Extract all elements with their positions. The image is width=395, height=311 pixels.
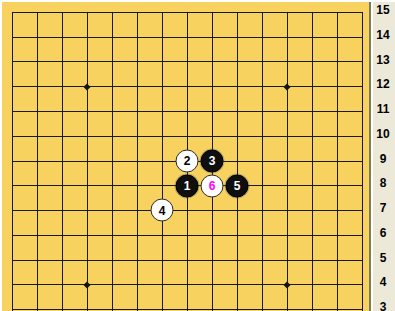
board-intersection[interactable]: [350, 223, 371, 248]
board-intersection[interactable]: [25, 223, 50, 248]
board-intersection[interactable]: [225, 149, 250, 174]
board-intersection[interactable]: [100, 223, 125, 248]
board-intersection[interactable]: [275, 25, 300, 50]
board-intersection[interactable]: [75, 124, 100, 149]
board-intersection[interactable]: [150, 248, 175, 273]
board-intersection[interactable]: [50, 173, 75, 198]
stone-black-move-5: 5: [226, 174, 249, 197]
board-intersection[interactable]: [125, 272, 150, 297]
board-intersection[interactable]: [25, 272, 50, 297]
stone-black-move-3: 3: [201, 149, 224, 172]
board-intersection[interactable]: [100, 2, 125, 25]
board-intersection[interactable]: [100, 248, 125, 273]
board-intersection[interactable]: [350, 248, 371, 273]
board-intersection[interactable]: [200, 99, 225, 124]
board-intersection[interactable]: [350, 99, 371, 124]
board-intersection[interactable]: [275, 198, 300, 223]
board-intersection[interactable]: [100, 49, 125, 74]
board-intersection[interactable]: [300, 99, 325, 124]
board-intersection[interactable]: [25, 49, 50, 74]
board-intersection[interactable]: [250, 124, 275, 149]
board-intersection[interactable]: [100, 297, 125, 311]
board-intersection[interactable]: [225, 25, 250, 50]
board-intersection[interactable]: [350, 2, 371, 25]
board-intersection[interactable]: [250, 25, 275, 50]
board-intersection[interactable]: [325, 124, 350, 149]
row-coordinate-label-6: 6: [371, 225, 395, 241]
board-intersection[interactable]: [2, 248, 25, 273]
board-intersection[interactable]: [150, 124, 175, 149]
board-intersection[interactable]: [325, 297, 350, 311]
board-intersection[interactable]: [275, 223, 300, 248]
board-intersection[interactable]: [25, 248, 50, 273]
row-coordinate-label-9: 9: [371, 151, 395, 167]
board-intersection[interactable]: [250, 248, 275, 273]
board-intersection[interactable]: [125, 99, 150, 124]
board-intersection[interactable]: [350, 173, 371, 198]
row-coordinate-label-8: 8: [371, 175, 395, 191]
board-intersection[interactable]: [200, 198, 225, 223]
row-coordinate-label-10: 10: [371, 126, 395, 142]
board-intersection[interactable]: [300, 223, 325, 248]
board-intersection[interactable]: [275, 124, 300, 149]
board-intersection[interactable]: [125, 25, 150, 50]
board-intersection[interactable]: [275, 99, 300, 124]
board-intersection[interactable]: [100, 272, 125, 297]
board-intersection[interactable]: [300, 49, 325, 74]
board-intersection[interactable]: [325, 248, 350, 273]
board-intersection[interactable]: [250, 149, 275, 174]
board-intersection[interactable]: [250, 49, 275, 74]
board-intersection[interactable]: [175, 49, 200, 74]
board-intersection[interactable]: [50, 49, 75, 74]
board-intersection[interactable]: [250, 99, 275, 124]
board-intersection[interactable]: [350, 272, 371, 297]
board-intersection[interactable]: [250, 198, 275, 223]
board-intersection[interactable]: [300, 74, 325, 99]
board-intersection[interactable]: [325, 74, 350, 99]
board-intersection[interactable]: [300, 173, 325, 198]
board-intersection[interactable]: [325, 2, 350, 25]
go-diagram-window: 123456 1514131211109876543: [0, 0, 395, 311]
board-intersection[interactable]: [100, 198, 125, 223]
board-intersection[interactable]: [325, 198, 350, 223]
board-intersection[interactable]: [125, 297, 150, 311]
board-intersection[interactable]: [200, 49, 225, 74]
board-intersection[interactable]: [2, 297, 25, 311]
stone-white-move-4: 4: [151, 199, 174, 222]
row-coordinate-label-5: 5: [371, 250, 395, 266]
board-intersection[interactable]: [75, 173, 100, 198]
board-intersection[interactable]: [300, 2, 325, 25]
row-coordinate-panel: 1514131211109876543: [369, 2, 395, 311]
board-intersection[interactable]: [225, 223, 250, 248]
board-intersection[interactable]: [350, 25, 371, 50]
board-intersection[interactable]: [325, 149, 350, 174]
board-intersection[interactable]: [275, 2, 300, 25]
board-intersection[interactable]: [275, 297, 300, 311]
board-intersection[interactable]: [100, 99, 125, 124]
board-intersection[interactable]: [2, 173, 25, 198]
board-intersection[interactable]: [50, 297, 75, 311]
board-intersection[interactable]: [50, 198, 75, 223]
board-intersection[interactable]: [175, 272, 200, 297]
board-intersection[interactable]: [25, 124, 50, 149]
board-intersection[interactable]: [25, 149, 50, 174]
board-intersection[interactable]: [125, 2, 150, 25]
board-intersection[interactable]: [150, 297, 175, 311]
board-intersection[interactable]: [350, 124, 371, 149]
board-intersection[interactable]: [225, 248, 250, 273]
stone-white-move-2: 2: [176, 149, 199, 172]
board-intersection[interactable]: [50, 223, 75, 248]
board-intersection[interactable]: [225, 49, 250, 74]
board-intersection[interactable]: [125, 49, 150, 74]
board-intersection[interactable]: [300, 248, 325, 273]
row-coordinate-label-7: 7: [371, 200, 395, 216]
board-intersection[interactable]: [225, 297, 250, 311]
board-intersection[interactable]: [300, 272, 325, 297]
board-intersection[interactable]: [175, 223, 200, 248]
board-intersection[interactable]: [2, 99, 25, 124]
board-intersection[interactable]: [125, 74, 150, 99]
board-intersection[interactable]: [325, 223, 350, 248]
board-intersection[interactable]: [75, 248, 100, 273]
board-intersection[interactable]: [100, 74, 125, 99]
board-intersection[interactable]: [200, 223, 225, 248]
board-intersection[interactable]: [225, 99, 250, 124]
board-intersection[interactable]: [2, 272, 25, 297]
board-intersection[interactable]: [250, 297, 275, 311]
board-intersection[interactable]: [250, 2, 275, 25]
board-intersection[interactable]: [200, 297, 225, 311]
board-intersection[interactable]: [75, 2, 100, 25]
board-intersection[interactable]: [250, 173, 275, 198]
board-intersection[interactable]: [125, 248, 150, 273]
board-intersection[interactable]: [25, 25, 50, 50]
board-intersection[interactable]: [50, 149, 75, 174]
row-coordinate-label-3: 3: [371, 299, 395, 311]
stone-black-move-1: 1: [176, 174, 199, 197]
board-intersection[interactable]: [2, 223, 25, 248]
board-intersection[interactable]: [75, 149, 100, 174]
board-intersection[interactable]: [175, 124, 200, 149]
board-intersection[interactable]: [25, 99, 50, 124]
board-intersection[interactable]: [250, 223, 275, 248]
board-intersection[interactable]: [350, 198, 371, 223]
board-intersection[interactable]: [50, 124, 75, 149]
board-intersection[interactable]: [2, 2, 25, 25]
board-intersection[interactable]: [300, 297, 325, 311]
row-coordinate-label-13: 13: [371, 52, 395, 68]
board-intersection[interactable]: [75, 297, 100, 311]
board-intersection[interactable]: [50, 99, 75, 124]
board-intersection[interactable]: [150, 173, 175, 198]
board-intersection[interactable]: [200, 74, 225, 99]
board-intersection[interactable]: [350, 49, 371, 74]
board-intersection[interactable]: [250, 74, 275, 99]
row-coordinate-label-4: 4: [371, 274, 395, 290]
board-intersection[interactable]: [2, 25, 25, 50]
board-intersection[interactable]: [75, 49, 100, 74]
board-intersection[interactable]: [300, 25, 325, 50]
board-intersection[interactable]: [150, 25, 175, 50]
row-coordinate-label-12: 12: [371, 76, 395, 92]
board-intersection[interactable]: [50, 248, 75, 273]
board-intersection[interactable]: [75, 223, 100, 248]
board-intersection[interactable]: [200, 2, 225, 25]
go-board[interactable]: 123456: [2, 2, 370, 311]
board-intersection[interactable]: [2, 149, 25, 174]
board-intersection[interactable]: [350, 297, 371, 311]
board-intersection[interactable]: [325, 49, 350, 74]
board-intersection[interactable]: [150, 149, 175, 174]
board-intersection[interactable]: [150, 99, 175, 124]
board-intersection[interactable]: [225, 198, 250, 223]
board-intersection[interactable]: [200, 25, 225, 50]
board-intersection[interactable]: [300, 124, 325, 149]
board-intersection[interactable]: [100, 173, 125, 198]
board-intersection[interactable]: [100, 25, 125, 50]
board-intersection[interactable]: [325, 99, 350, 124]
board-intersection[interactable]: [2, 74, 25, 99]
board-intersection[interactable]: [50, 74, 75, 99]
board-intersection[interactable]: [75, 99, 100, 124]
board-intersection[interactable]: [300, 198, 325, 223]
board-intersection[interactable]: [250, 272, 275, 297]
board-intersection[interactable]: [225, 124, 250, 149]
board-intersection[interactable]: [225, 272, 250, 297]
board-intersection[interactable]: [100, 149, 125, 174]
row-coordinate-label-15: 15: [371, 2, 395, 18]
board-intersection[interactable]: [225, 74, 250, 99]
board-intersection[interactable]: [150, 223, 175, 248]
board-intersection[interactable]: [25, 2, 50, 25]
board-intersection[interactable]: [325, 272, 350, 297]
board-intersection[interactable]: [150, 272, 175, 297]
board-intersection[interactable]: [25, 173, 50, 198]
stone-white-move-6: 6: [201, 174, 224, 197]
board-intersection[interactable]: [125, 198, 150, 223]
board-intersection[interactable]: [325, 173, 350, 198]
board-intersection[interactable]: [50, 272, 75, 297]
board-intersection[interactable]: [125, 149, 150, 174]
board-intersection[interactable]: [150, 49, 175, 74]
board-intersection[interactable]: [350, 74, 371, 99]
board-intersection[interactable]: [100, 124, 125, 149]
board-intersection[interactable]: [175, 297, 200, 311]
board-intersection[interactable]: [25, 74, 50, 99]
board-intersection[interactable]: [275, 173, 300, 198]
board-intersection[interactable]: [150, 74, 175, 99]
board-intersection[interactable]: [2, 198, 25, 223]
board-intersection[interactable]: [75, 25, 100, 50]
board-intersection[interactable]: [125, 173, 150, 198]
board-intersection[interactable]: [225, 2, 250, 25]
board-intersection[interactable]: [175, 99, 200, 124]
board-intersection[interactable]: [175, 198, 200, 223]
board-intersection[interactable]: [200, 272, 225, 297]
board-intersection[interactable]: [175, 248, 200, 273]
board-intersection[interactable]: [25, 198, 50, 223]
board-intersection[interactable]: [150, 2, 175, 25]
board-intersection[interactable]: [2, 49, 25, 74]
board-intersection[interactable]: [275, 248, 300, 273]
board-intersection[interactable]: [75, 198, 100, 223]
board-intersection[interactable]: [25, 297, 50, 311]
board-intersection[interactable]: [200, 248, 225, 273]
board-intersection[interactable]: [275, 49, 300, 74]
board-intersection[interactable]: [275, 149, 300, 174]
board-intersection[interactable]: [325, 25, 350, 50]
board-intersection[interactable]: [175, 25, 200, 50]
board-intersection[interactable]: [125, 124, 150, 149]
board-intersection[interactable]: [200, 124, 225, 149]
board-intersection[interactable]: [350, 149, 371, 174]
board-intersection[interactable]: [300, 149, 325, 174]
board-intersection[interactable]: [175, 2, 200, 25]
board-intersection[interactable]: [50, 25, 75, 50]
row-coordinate-label-14: 14: [371, 27, 395, 43]
board-intersection[interactable]: [175, 74, 200, 99]
board-intersection[interactable]: [50, 2, 75, 25]
row-coordinate-label-11: 11: [371, 101, 395, 117]
board-intersection[interactable]: [125, 223, 150, 248]
board-intersection[interactable]: [2, 124, 25, 149]
